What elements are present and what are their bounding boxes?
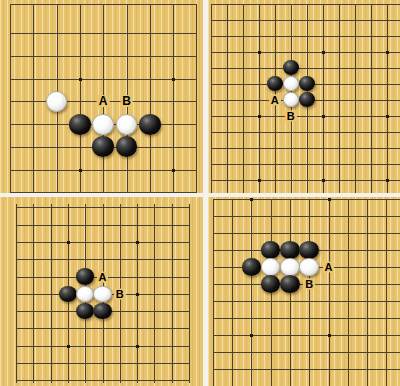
star-point <box>328 334 331 337</box>
white-stone[interactable] <box>92 114 114 135</box>
black-stone[interactable] <box>267 76 283 92</box>
diagram-bottom-right[interactable]: AB <box>208 197 400 386</box>
star-point <box>136 345 139 348</box>
grid-line-vertical <box>329 199 330 386</box>
star-point <box>79 169 82 172</box>
grid-line-horizontal <box>10 170 197 171</box>
black-stone[interactable] <box>139 114 161 135</box>
grid-line-horizontal <box>211 68 400 69</box>
white-stone[interactable] <box>116 114 138 135</box>
black-stone[interactable] <box>261 241 281 259</box>
black-stone[interactable] <box>76 303 95 320</box>
grid-line-vertical <box>213 199 214 386</box>
horizontal-gap <box>0 193 400 197</box>
star-point <box>386 115 389 118</box>
grid-line-vertical <box>386 199 387 386</box>
star-point <box>322 179 325 182</box>
grid-line-horizontal <box>213 318 400 319</box>
star-point <box>322 51 325 54</box>
grid-line-horizontal <box>10 56 197 57</box>
grid-line-horizontal <box>211 180 400 181</box>
white-stone[interactable] <box>283 92 299 108</box>
grid-line-horizontal <box>211 116 400 117</box>
star-point <box>79 78 82 81</box>
grid-line-horizontal <box>10 79 197 80</box>
choice-label-b[interactable]: B <box>303 279 315 290</box>
grid-line-vertical <box>348 199 349 386</box>
black-stone[interactable] <box>69 114 91 135</box>
white-stone[interactable] <box>299 258 319 276</box>
black-stone[interactable] <box>283 60 299 76</box>
star-point <box>136 241 139 244</box>
star-point <box>67 345 70 348</box>
star-point <box>250 198 253 201</box>
star-point <box>172 78 175 81</box>
grid-line-horizontal <box>213 301 400 302</box>
choice-label-a[interactable]: A <box>97 271 109 282</box>
choice-label-b[interactable]: B <box>285 110 297 121</box>
star-point <box>67 241 70 244</box>
black-stone[interactable] <box>92 136 114 157</box>
grid-line-horizontal <box>16 380 190 381</box>
star-point <box>172 169 175 172</box>
choice-label-a[interactable]: A <box>97 95 110 107</box>
grid-line-horizontal <box>16 328 190 329</box>
grid-line-vertical <box>367 199 368 386</box>
grid-line-horizontal <box>213 233 400 234</box>
grid-line-horizontal <box>211 164 400 165</box>
grid-line-horizontal <box>213 216 400 217</box>
black-stone[interactable] <box>280 275 300 293</box>
go-problem-sheet: ABABABAB <box>0 0 400 386</box>
star-point <box>386 179 389 182</box>
star-point <box>136 293 139 296</box>
star-point <box>328 198 331 201</box>
star-point <box>322 115 325 118</box>
black-stone[interactable] <box>59 286 78 303</box>
white-stone[interactable] <box>46 91 68 112</box>
white-stone[interactable] <box>261 258 281 276</box>
white-stone[interactable] <box>283 76 299 92</box>
black-stone[interactable] <box>76 268 95 285</box>
black-stone[interactable] <box>299 92 315 108</box>
white-stone[interactable] <box>280 258 300 276</box>
choice-label-b[interactable]: B <box>120 95 133 107</box>
grid-line-horizontal <box>211 4 400 5</box>
black-stone[interactable] <box>93 303 112 320</box>
choice-label-a[interactable]: A <box>323 262 335 273</box>
diagram-top-edge-line <box>10 4 197 5</box>
star-point <box>258 51 261 54</box>
grid-line-vertical <box>232 199 233 386</box>
black-stone[interactable] <box>261 275 281 293</box>
black-stone[interactable] <box>299 76 315 92</box>
grid-line-horizontal <box>16 346 190 347</box>
grid-line-vertical <box>309 199 310 386</box>
grid-line-horizontal <box>16 207 190 208</box>
white-stone[interactable] <box>76 286 95 303</box>
grid-line-horizontal <box>211 52 400 53</box>
grid-line-horizontal <box>16 363 190 364</box>
diagram-top-right[interactable]: AB <box>208 0 400 193</box>
grid-line-horizontal <box>16 259 190 260</box>
star-point <box>258 179 261 182</box>
choice-label-a[interactable]: A <box>269 94 281 105</box>
white-stone[interactable] <box>93 286 112 303</box>
diagram-top-left[interactable]: AB <box>0 0 203 193</box>
black-stone[interactable] <box>299 241 319 259</box>
black-stone[interactable] <box>280 241 300 259</box>
diagram-bottom-left[interactable]: AB <box>0 197 203 386</box>
grid-line-horizontal <box>211 20 400 21</box>
star-point <box>386 51 389 54</box>
grid-line-horizontal <box>16 242 190 243</box>
grid-line-horizontal <box>213 352 400 353</box>
grid-line-horizontal <box>213 335 400 336</box>
star-point <box>258 115 261 118</box>
grid-line-horizontal <box>211 148 400 149</box>
grid-line-horizontal <box>213 199 400 200</box>
grid-line-horizontal <box>213 369 400 370</box>
grid-line-horizontal <box>10 33 197 34</box>
grid-line-horizontal <box>211 132 400 133</box>
grid-line-horizontal <box>16 225 190 226</box>
grid-line-horizontal <box>211 36 400 37</box>
grid-line-vertical <box>251 199 252 386</box>
black-stone[interactable] <box>116 136 138 157</box>
star-point <box>250 334 253 337</box>
black-stone[interactable] <box>242 258 262 276</box>
choice-label-b[interactable]: B <box>114 288 126 299</box>
